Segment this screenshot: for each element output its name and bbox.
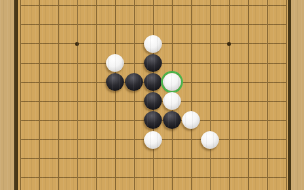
stone-white-j8 [182,111,200,129]
board-grid [10,0,295,190]
stone-white-h7 [144,131,162,149]
stone-black-h11 [144,54,162,72]
last-move-marker [163,73,181,91]
stone-black-h10 [144,73,162,91]
stone-black-i8 [163,111,181,129]
star-point [227,42,231,46]
stone-white-f11 [106,54,124,72]
star-point [75,42,79,46]
stone-black-h8 [144,111,162,129]
stone-white-k7 [201,131,219,149]
stone-black-g10 [125,73,143,91]
stone-white-i10 [163,73,181,91]
stone-white-i9 [163,92,181,110]
game-screen [0,0,304,190]
stone-black-f10 [106,73,124,91]
stone-black-h9 [144,92,162,110]
stone-white-h12 [144,35,162,53]
